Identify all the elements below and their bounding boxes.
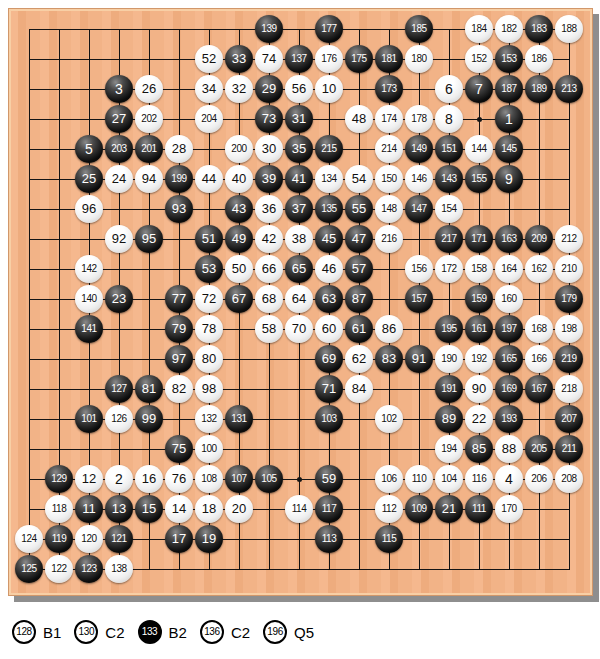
stone-black-7: 7 — [465, 75, 493, 103]
caption: 128B1130C2133B2136C2196Q5 — [12, 614, 327, 650]
stone-white-118: 118 — [45, 495, 73, 523]
stone-black-197: 197 — [495, 315, 523, 343]
stone-black-207: 207 — [555, 405, 583, 433]
stone-white-102: 102 — [375, 405, 403, 433]
stone-black-127: 127 — [105, 375, 133, 403]
stone-white-160: 160 — [495, 285, 523, 313]
stone-white-194: 194 — [435, 435, 463, 463]
stone-white-122: 122 — [45, 555, 73, 583]
stone-black-193: 193 — [495, 405, 523, 433]
stone-black-203: 203 — [105, 135, 133, 163]
stone-black-147: 147 — [405, 195, 433, 223]
stone-white-120: 120 — [75, 525, 103, 553]
stone-black-39: 39 — [255, 165, 283, 193]
stone-white-92: 92 — [105, 225, 133, 253]
stone-white-64: 64 — [285, 285, 313, 313]
stone-black-11: 11 — [75, 495, 103, 523]
stone-black-1: 1 — [495, 105, 523, 133]
stone-white-88: 88 — [495, 435, 523, 463]
stone-black-57: 57 — [345, 255, 373, 283]
stone-white-168: 168 — [525, 315, 553, 343]
caption-entry: 128B1 — [12, 620, 61, 644]
stone-white-142: 142 — [75, 255, 103, 283]
stone-white-134: 134 — [315, 165, 343, 193]
stone-white-70: 70 — [285, 315, 313, 343]
stone-black-27: 27 — [105, 105, 133, 133]
stone-black-167: 167 — [525, 375, 553, 403]
stone-black-171: 171 — [465, 225, 493, 253]
stone-white-96: 96 — [75, 195, 103, 223]
stone-white-62: 62 — [345, 345, 373, 373]
stone-black-219: 219 — [555, 345, 583, 373]
stone-white-52: 52 — [195, 45, 223, 73]
stone-black-121: 121 — [105, 525, 133, 553]
stone-black-73: 73 — [255, 105, 283, 133]
stone-black-115: 115 — [375, 525, 403, 553]
stone-black-101: 101 — [75, 405, 103, 433]
stone-black-51: 51 — [195, 225, 223, 253]
stone-white-140: 140 — [75, 285, 103, 313]
goban: 1234567891011121314151617181920212223242… — [8, 8, 593, 596]
stone-white-106: 106 — [375, 465, 403, 493]
stone-white-132: 132 — [195, 405, 223, 433]
stone-white-150: 150 — [375, 165, 403, 193]
stone-white-190: 190 — [435, 345, 463, 373]
stone-black-91: 91 — [405, 345, 433, 373]
stone-black-75: 75 — [165, 435, 193, 463]
stone-white-208: 208 — [555, 465, 583, 493]
stone-black-211: 211 — [555, 435, 583, 463]
stone-white-174: 174 — [375, 105, 403, 133]
stone-black-143: 143 — [435, 165, 463, 193]
stone-black-99: 99 — [135, 405, 163, 433]
caption-point-label: B2 — [169, 624, 187, 641]
caption-point-label: C2 — [231, 624, 250, 641]
stone-white-218: 218 — [555, 375, 583, 403]
stone-white-24: 24 — [105, 165, 133, 193]
stone-black-183: 183 — [525, 15, 553, 43]
stone-black-55: 55 — [345, 195, 373, 223]
stone-black-63: 63 — [315, 285, 343, 313]
stone-white-200: 200 — [225, 135, 253, 163]
stone-black-93: 93 — [165, 195, 193, 223]
stone-white-138: 138 — [105, 555, 133, 583]
stone-white-202: 202 — [135, 105, 163, 133]
stone-white-206: 206 — [525, 465, 553, 493]
stone-black-119: 119 — [45, 525, 73, 553]
stone-white-152: 152 — [465, 45, 493, 73]
stone-white-20: 20 — [225, 495, 253, 523]
stone-black-85: 85 — [465, 435, 493, 463]
stone-white-94: 94 — [135, 165, 163, 193]
stone-white-112: 112 — [375, 495, 403, 523]
stone-white-204: 204 — [195, 105, 223, 133]
stone-white-110: 110 — [405, 465, 433, 493]
stone-white-34: 34 — [195, 75, 223, 103]
stone-black-151: 151 — [435, 135, 463, 163]
stone-white-44: 44 — [195, 165, 223, 193]
stone-white-86: 86 — [375, 315, 403, 343]
stone-white-164: 164 — [495, 255, 523, 283]
stone-white-100: 100 — [195, 435, 223, 463]
stone-black-113: 113 — [315, 525, 343, 553]
stone-black-59: 59 — [315, 465, 343, 493]
stone-black-169: 169 — [495, 375, 523, 403]
stone-white-48: 48 — [345, 105, 373, 133]
stone-white-184: 184 — [465, 15, 493, 43]
stone-black-97: 97 — [165, 345, 193, 373]
stone-black-95: 95 — [135, 225, 163, 253]
stone-white-114: 114 — [285, 495, 313, 523]
stone-black-71: 71 — [315, 375, 343, 403]
stone-black-81: 81 — [135, 375, 163, 403]
stone-white-72: 72 — [195, 285, 223, 313]
stone-black-125: 125 — [15, 555, 43, 583]
stone-black-189: 189 — [525, 75, 553, 103]
stone-black-37: 37 — [285, 195, 313, 223]
stone-white-54: 54 — [345, 165, 373, 193]
stone-white-30: 30 — [255, 135, 283, 163]
stone-white-14: 14 — [165, 495, 193, 523]
stone-white-16: 16 — [135, 465, 163, 493]
stone-white-90: 90 — [465, 375, 493, 403]
stone-white-116: 116 — [465, 465, 493, 493]
stone-black-89: 89 — [435, 405, 463, 433]
stone-black-49: 49 — [225, 225, 253, 253]
stone-white-50: 50 — [225, 255, 253, 283]
caption-entry: 133B2 — [138, 620, 187, 644]
stone-black-13: 13 — [105, 495, 133, 523]
stone-white-108: 108 — [195, 465, 223, 493]
stone-black-209: 209 — [525, 225, 553, 253]
stone-black-141: 141 — [75, 315, 103, 343]
stone-black-41: 41 — [285, 165, 313, 193]
caption-stone-133: 133 — [138, 620, 162, 644]
stone-white-12: 12 — [75, 465, 103, 493]
stone-black-65: 65 — [285, 255, 313, 283]
stone-white-84: 84 — [345, 375, 373, 403]
stone-black-187: 187 — [495, 75, 523, 103]
stone-white-6: 6 — [435, 75, 463, 103]
stone-black-165: 165 — [495, 345, 523, 373]
kifu-diagram: 1234567891011121314151617181920212223242… — [0, 0, 600, 659]
stone-white-58: 58 — [255, 315, 283, 343]
stone-black-77: 77 — [165, 285, 193, 313]
stone-black-31: 31 — [285, 105, 313, 133]
stone-white-182: 182 — [495, 15, 523, 43]
stone-black-69: 69 — [315, 345, 343, 373]
stone-white-104: 104 — [435, 465, 463, 493]
stone-black-53: 53 — [195, 255, 223, 283]
stone-white-162: 162 — [525, 255, 553, 283]
stone-white-180: 180 — [405, 45, 433, 73]
stone-white-80: 80 — [195, 345, 223, 373]
stone-black-17: 17 — [165, 525, 193, 553]
stone-black-131: 131 — [225, 405, 253, 433]
stone-white-26: 26 — [135, 75, 163, 103]
stone-black-83: 83 — [375, 345, 403, 373]
caption-entry: 136C2 — [200, 620, 250, 644]
stone-black-15: 15 — [135, 495, 163, 523]
stone-white-46: 46 — [315, 255, 343, 283]
caption-stone-130: 130 — [74, 620, 98, 644]
stone-black-135: 135 — [315, 195, 343, 223]
stone-black-111: 111 — [465, 495, 493, 523]
stone-black-67: 67 — [225, 285, 253, 313]
stone-black-201: 201 — [135, 135, 163, 163]
stone-white-38: 38 — [285, 225, 313, 253]
stone-black-177: 177 — [315, 15, 343, 43]
hoshi-point — [297, 477, 302, 482]
stone-white-74: 74 — [255, 45, 283, 73]
stone-black-139: 139 — [255, 15, 283, 43]
caption-stone-128: 128 — [12, 620, 36, 644]
stone-white-78: 78 — [195, 315, 223, 343]
stone-white-146: 146 — [405, 165, 433, 193]
stone-black-25: 25 — [75, 165, 103, 193]
stone-white-8: 8 — [435, 105, 463, 133]
stone-black-137: 137 — [285, 45, 313, 73]
stone-black-5: 5 — [75, 135, 103, 163]
stone-black-105: 105 — [255, 465, 283, 493]
stone-white-170: 170 — [495, 495, 523, 523]
stone-white-28: 28 — [165, 135, 193, 163]
stone-black-161: 161 — [465, 315, 493, 343]
stone-white-214: 214 — [375, 135, 403, 163]
stone-black-87: 87 — [345, 285, 373, 313]
stone-black-109: 109 — [405, 495, 433, 523]
stone-black-103: 103 — [315, 405, 343, 433]
stone-black-175: 175 — [345, 45, 373, 73]
stone-white-172: 172 — [435, 255, 463, 283]
stone-black-61: 61 — [345, 315, 373, 343]
stone-black-181: 181 — [375, 45, 403, 73]
stone-white-126: 126 — [105, 405, 133, 433]
stone-black-191: 191 — [435, 375, 463, 403]
stone-white-18: 18 — [195, 495, 223, 523]
stone-black-195: 195 — [435, 315, 463, 343]
stone-white-154: 154 — [435, 195, 463, 223]
stone-black-213: 213 — [555, 75, 583, 103]
stone-white-188: 188 — [555, 15, 583, 43]
stone-white-210: 210 — [555, 255, 583, 283]
stone-white-176: 176 — [315, 45, 343, 73]
stone-black-23: 23 — [105, 285, 133, 313]
stone-black-43: 43 — [225, 195, 253, 223]
stone-white-192: 192 — [465, 345, 493, 373]
stone-white-10: 10 — [315, 75, 343, 103]
stone-black-29: 29 — [255, 75, 283, 103]
caption-entry: 130C2 — [74, 620, 124, 644]
stone-white-40: 40 — [225, 165, 253, 193]
stone-white-76: 76 — [165, 465, 193, 493]
stone-white-124: 124 — [15, 525, 43, 553]
stone-white-212: 212 — [555, 225, 583, 253]
stone-white-42: 42 — [255, 225, 283, 253]
stone-black-155: 155 — [465, 165, 493, 193]
stone-black-157: 157 — [405, 285, 433, 313]
stone-white-68: 68 — [255, 285, 283, 313]
stone-black-153: 153 — [495, 45, 523, 73]
stone-black-129: 129 — [45, 465, 73, 493]
stone-black-185: 185 — [405, 15, 433, 43]
stone-white-158: 158 — [465, 255, 493, 283]
stone-black-3: 3 — [105, 75, 133, 103]
stone-black-123: 123 — [75, 555, 103, 583]
stone-black-79: 79 — [165, 315, 193, 343]
stone-white-4: 4 — [495, 465, 523, 493]
stone-black-9: 9 — [495, 165, 523, 193]
stone-black-145: 145 — [495, 135, 523, 163]
stone-black-117: 117 — [315, 495, 343, 523]
hoshi-point — [477, 117, 482, 122]
stone-white-186: 186 — [525, 45, 553, 73]
stone-black-35: 35 — [285, 135, 313, 163]
stone-black-159: 159 — [465, 285, 493, 313]
stone-white-22: 22 — [465, 405, 493, 433]
stone-white-166: 166 — [525, 345, 553, 373]
stone-white-198: 198 — [555, 315, 583, 343]
caption-entry: 196Q5 — [263, 620, 314, 644]
stone-white-66: 66 — [255, 255, 283, 283]
stone-black-199: 199 — [165, 165, 193, 193]
caption-stone-136: 136 — [200, 620, 224, 644]
stone-black-163: 163 — [495, 225, 523, 253]
stone-white-82: 82 — [165, 375, 193, 403]
stone-black-47: 47 — [345, 225, 373, 253]
stone-white-98: 98 — [195, 375, 223, 403]
stone-white-178: 178 — [405, 105, 433, 133]
stone-black-217: 217 — [435, 225, 463, 253]
stone-black-21: 21 — [435, 495, 463, 523]
stone-white-32: 32 — [225, 75, 253, 103]
caption-point-label: B1 — [43, 624, 61, 641]
stone-white-36: 36 — [255, 195, 283, 223]
stone-black-215: 215 — [315, 135, 343, 163]
stone-white-56: 56 — [285, 75, 313, 103]
stone-white-148: 148 — [375, 195, 403, 223]
stone-black-45: 45 — [315, 225, 343, 253]
stone-white-216: 216 — [375, 225, 403, 253]
stone-black-173: 173 — [375, 75, 403, 103]
stone-white-2: 2 — [105, 465, 133, 493]
stone-white-156: 156 — [405, 255, 433, 283]
stone-black-107: 107 — [225, 465, 253, 493]
stone-black-179: 179 — [555, 285, 583, 313]
stone-black-19: 19 — [195, 525, 223, 553]
stone-black-33: 33 — [225, 45, 253, 73]
stone-black-205: 205 — [525, 435, 553, 463]
caption-stone-196: 196 — [263, 620, 287, 644]
stone-white-60: 60 — [315, 315, 343, 343]
stone-white-144: 144 — [465, 135, 493, 163]
stone-black-149: 149 — [405, 135, 433, 163]
caption-point-label: C2 — [105, 624, 124, 641]
caption-point-label: Q5 — [294, 624, 314, 641]
